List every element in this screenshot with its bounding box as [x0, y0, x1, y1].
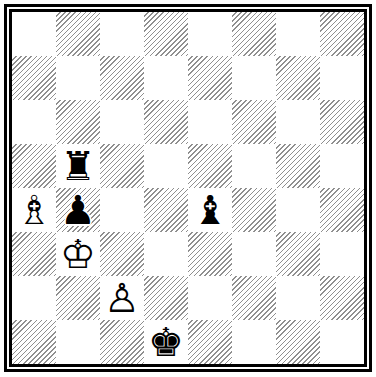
square-f2[interactable] — [232, 276, 276, 320]
square-h7[interactable] — [320, 56, 364, 100]
square-d2[interactable] — [144, 276, 188, 320]
square-h8[interactable] — [320, 12, 364, 56]
square-b8[interactable] — [56, 12, 100, 56]
square-c8[interactable] — [100, 12, 144, 56]
piece-black-king: ♚ — [148, 320, 184, 364]
square-e1[interactable] — [188, 320, 232, 364]
square-g5[interactable] — [276, 144, 320, 188]
square-d3[interactable] — [144, 232, 188, 276]
piece-white-king: ♔ — [60, 232, 96, 276]
chess-board: ♜♗♟♝♔♙♚ — [12, 12, 364, 364]
square-e2[interactable] — [188, 276, 232, 320]
square-h4[interactable] — [320, 188, 364, 232]
square-f8[interactable] — [232, 12, 276, 56]
square-a6[interactable] — [12, 100, 56, 144]
board-outer-frame: ♜♗♟♝♔♙♚ — [4, 4, 372, 372]
board-inner-frame: ♜♗♟♝♔♙♚ — [9, 9, 367, 367]
square-e5[interactable] — [188, 144, 232, 188]
piece-black-bishop: ♝ — [192, 188, 228, 232]
square-d4[interactable] — [144, 188, 188, 232]
square-g7[interactable] — [276, 56, 320, 100]
square-b7[interactable] — [56, 56, 100, 100]
square-g4[interactable] — [276, 188, 320, 232]
square-g3[interactable] — [276, 232, 320, 276]
square-f5[interactable] — [232, 144, 276, 188]
square-f1[interactable] — [232, 320, 276, 364]
square-d5[interactable] — [144, 144, 188, 188]
square-b5[interactable]: ♜ — [56, 144, 100, 188]
square-c3[interactable] — [100, 232, 144, 276]
square-a1[interactable] — [12, 320, 56, 364]
square-a4[interactable]: ♗ — [12, 188, 56, 232]
square-d1[interactable]: ♚ — [144, 320, 188, 364]
square-d8[interactable] — [144, 12, 188, 56]
square-b2[interactable] — [56, 276, 100, 320]
square-e7[interactable] — [188, 56, 232, 100]
square-f7[interactable] — [232, 56, 276, 100]
square-h1[interactable] — [320, 320, 364, 364]
square-b6[interactable] — [56, 100, 100, 144]
square-b1[interactable] — [56, 320, 100, 364]
square-e4[interactable]: ♝ — [188, 188, 232, 232]
piece-white-pawn: ♙ — [104, 276, 140, 320]
square-c1[interactable] — [100, 320, 144, 364]
square-a5[interactable] — [12, 144, 56, 188]
piece-black-rook: ♜ — [60, 144, 96, 188]
square-c5[interactable] — [100, 144, 144, 188]
square-e3[interactable] — [188, 232, 232, 276]
square-b3[interactable]: ♔ — [56, 232, 100, 276]
square-c6[interactable] — [100, 100, 144, 144]
square-h5[interactable] — [320, 144, 364, 188]
square-a8[interactable] — [12, 12, 56, 56]
square-e6[interactable] — [188, 100, 232, 144]
square-f4[interactable] — [232, 188, 276, 232]
square-f6[interactable] — [232, 100, 276, 144]
square-f3[interactable] — [232, 232, 276, 276]
square-e8[interactable] — [188, 12, 232, 56]
square-h2[interactable] — [320, 276, 364, 320]
piece-black-pawn: ♟ — [60, 188, 96, 232]
square-a2[interactable] — [12, 276, 56, 320]
square-g8[interactable] — [276, 12, 320, 56]
square-h3[interactable] — [320, 232, 364, 276]
square-c2[interactable]: ♙ — [100, 276, 144, 320]
square-d7[interactable] — [144, 56, 188, 100]
square-b4[interactable]: ♟ — [56, 188, 100, 232]
square-g1[interactable] — [276, 320, 320, 364]
square-g2[interactable] — [276, 276, 320, 320]
piece-white-bishop: ♗ — [16, 188, 52, 232]
square-g6[interactable] — [276, 100, 320, 144]
square-h6[interactable] — [320, 100, 364, 144]
square-a7[interactable] — [12, 56, 56, 100]
square-c7[interactable] — [100, 56, 144, 100]
square-d6[interactable] — [144, 100, 188, 144]
square-a3[interactable] — [12, 232, 56, 276]
square-c4[interactable] — [100, 188, 144, 232]
